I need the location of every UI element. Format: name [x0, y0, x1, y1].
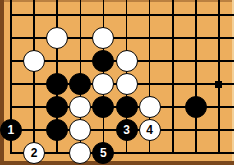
- white-stone: [23, 50, 45, 72]
- board-point: [92, 73, 115, 96]
- black-stone: [185, 96, 207, 118]
- board-point: [69, 142, 92, 165]
- board-point: [69, 96, 92, 119]
- white-stone: [92, 27, 114, 49]
- board-point: 3: [115, 119, 138, 142]
- white-stone: [69, 96, 91, 118]
- white-stone: [116, 73, 138, 95]
- board-point: 4: [138, 119, 161, 142]
- white-stone: [116, 50, 138, 72]
- board-point: [69, 119, 92, 142]
- board-point: [207, 73, 230, 96]
- black-stone: [46, 119, 68, 141]
- white-stone-move-4: 4: [139, 119, 161, 141]
- board-point: [184, 96, 207, 119]
- board-point: [138, 96, 161, 119]
- board-frame-top: [0, 0, 234, 2]
- black-stone: [46, 73, 68, 95]
- board-point: [115, 96, 138, 119]
- go-board-diagram: 13425: [0, 0, 234, 165]
- board-point: 2: [23, 142, 46, 165]
- square-mark-icon: [215, 81, 222, 88]
- black-stone-move-1: 1: [0, 119, 22, 141]
- board-point: [46, 119, 69, 142]
- stone-grid: 13425: [0, 4, 231, 165]
- white-stone: [92, 73, 114, 95]
- black-stone: [116, 96, 138, 118]
- black-stone-move-3: 3: [116, 119, 138, 141]
- board-point: [46, 96, 69, 119]
- white-stone: [69, 119, 91, 141]
- black-stone: [92, 96, 114, 118]
- black-stone-move-5: 5: [92, 142, 114, 164]
- white-stone: [69, 142, 91, 164]
- black-stone: [92, 50, 114, 72]
- board-point: [46, 27, 69, 50]
- white-stone-move-2: 2: [23, 142, 45, 164]
- board-point: [92, 27, 115, 50]
- board-point: 1: [0, 119, 23, 142]
- black-stone: [69, 73, 91, 95]
- board-point: 5: [92, 142, 115, 165]
- board-point: [46, 73, 69, 96]
- board-point: [92, 96, 115, 119]
- board-point: [115, 50, 138, 73]
- board-point: [69, 73, 92, 96]
- board-point: [92, 50, 115, 73]
- white-stone: [139, 96, 161, 118]
- black-stone: [46, 96, 68, 118]
- board-point: [23, 50, 46, 73]
- white-stone: [46, 27, 68, 49]
- board-point: [115, 73, 138, 96]
